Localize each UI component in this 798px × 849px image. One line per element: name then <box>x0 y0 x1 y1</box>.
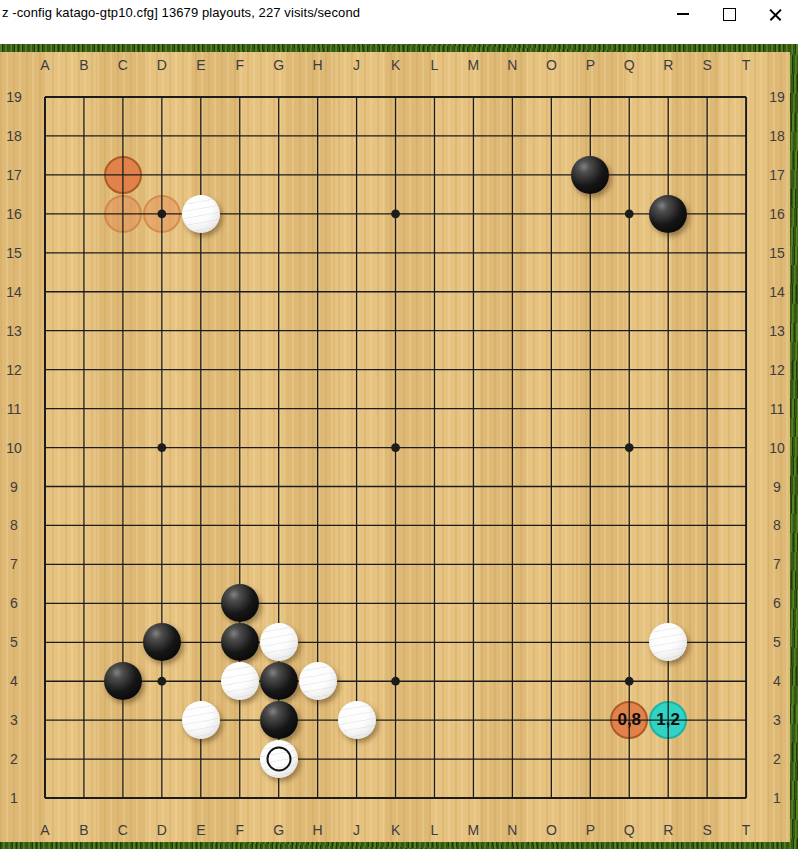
coord-label-bottom-D: D <box>157 822 167 838</box>
coord-label-bottom-E: E <box>196 822 205 838</box>
suggested-move-Q3[interactable] <box>610 701 648 739</box>
coord-label-bottom-A: A <box>40 822 49 838</box>
coord-label-left-6: 6 <box>10 595 18 611</box>
stone-black-C4 <box>104 662 142 700</box>
stone-white-G2 <box>260 740 298 778</box>
coord-label-right-1: 1 <box>773 790 781 806</box>
close-button[interactable] <box>752 0 798 28</box>
coord-label-top-J: J <box>353 57 360 73</box>
coord-label-bottom-M: M <box>468 822 480 838</box>
maximize-button[interactable] <box>706 0 752 28</box>
coord-label-left-9: 9 <box>10 479 18 495</box>
coord-label-left-17: 17 <box>6 167 22 183</box>
coord-label-bottom-H: H <box>313 822 323 838</box>
stone-white-E3 <box>182 701 220 739</box>
coord-label-left-5: 5 <box>10 634 18 650</box>
coord-label-top-R: R <box>663 57 673 73</box>
stone-white-F4 <box>221 662 259 700</box>
coord-label-left-7: 7 <box>10 556 18 572</box>
suggested-move-C17[interactable] <box>104 156 142 194</box>
stone-black-D5 <box>143 623 181 661</box>
coord-label-right-5: 5 <box>773 634 781 650</box>
minimize-icon <box>677 13 689 15</box>
coord-label-top-P: P <box>586 57 595 73</box>
coord-label-bottom-K: K <box>391 822 400 838</box>
coord-label-left-8: 8 <box>10 517 18 533</box>
stone-white-G5 <box>260 623 298 661</box>
suggested-move-D16[interactable] <box>143 195 181 233</box>
coord-label-right-7: 7 <box>773 556 781 572</box>
coord-label-right-18: 18 <box>769 128 785 144</box>
coord-label-top-Q: Q <box>624 57 635 73</box>
coord-label-left-3: 3 <box>10 712 18 728</box>
suggested-move-R3[interactable] <box>649 701 687 739</box>
stone-black-G4 <box>260 662 298 700</box>
coord-label-left-16: 16 <box>6 206 22 222</box>
coord-label-right-11: 11 <box>770 401 785 417</box>
coord-label-top-G: G <box>273 57 284 73</box>
coord-label-bottom-T: T <box>742 822 751 838</box>
coord-label-right-10: 10 <box>769 440 785 456</box>
coord-label-top-E: E <box>196 57 205 73</box>
coord-label-bottom-P: P <box>586 822 595 838</box>
coord-label-top-L: L <box>431 57 439 73</box>
coord-label-left-11: 11 <box>7 401 22 417</box>
coord-label-bottom-B: B <box>79 822 88 838</box>
coord-label-right-2: 2 <box>773 751 781 767</box>
coord-label-left-12: 12 <box>6 362 22 378</box>
coord-label-top-O: O <box>546 57 557 73</box>
coord-label-bottom-F: F <box>235 822 244 838</box>
coord-label-right-19: 19 <box>769 89 785 105</box>
coord-label-right-12: 12 <box>769 362 785 378</box>
stone-black-P17 <box>571 156 609 194</box>
coord-label-top-D: D <box>157 57 167 73</box>
go-board[interactable]: AABBCCDDEEFFGGHHJJKKLLMMNNOOPPQQRRSSTT19… <box>0 52 790 842</box>
coord-label-top-M: M <box>468 57 480 73</box>
coord-label-bottom-L: L <box>431 822 439 838</box>
stone-black-F6 <box>221 584 259 622</box>
coord-label-left-14: 14 <box>6 284 22 300</box>
coord-label-right-14: 14 <box>769 284 785 300</box>
coord-label-bottom-Q: Q <box>624 822 635 838</box>
app-window: z -config katago-gtp10.cfg] 13679 playou… <box>0 0 798 849</box>
coord-label-top-S: S <box>702 57 711 73</box>
close-icon <box>768 7 783 22</box>
coord-label-bottom-O: O <box>546 822 557 838</box>
coord-label-bottom-C: C <box>118 822 128 838</box>
stone-white-J3 <box>338 701 376 739</box>
coord-label-right-6: 6 <box>773 595 781 611</box>
coord-label-right-17: 17 <box>769 167 785 183</box>
coord-label-bottom-R: R <box>663 822 673 838</box>
coord-label-left-10: 10 <box>6 440 22 456</box>
coord-label-left-4: 4 <box>10 673 18 689</box>
coord-label-right-15: 15 <box>769 245 785 261</box>
window-controls <box>660 0 798 28</box>
coord-label-top-B: B <box>79 57 88 73</box>
coord-label-bottom-G: G <box>273 822 284 838</box>
coord-label-top-T: T <box>742 57 751 73</box>
coord-label-top-F: F <box>235 57 244 73</box>
window-title: z -config katago-gtp10.cfg] 13679 playou… <box>2 5 360 20</box>
coord-label-left-15: 15 <box>6 245 22 261</box>
stone-black-G3 <box>260 701 298 739</box>
grass-background: AABBCCDDEEFFGGHHJJKKLLMMNNOOPPQQRRSSTT19… <box>0 44 798 849</box>
coord-label-top-A: A <box>40 57 49 73</box>
suggested-move-C16[interactable] <box>104 195 142 233</box>
stone-white-R5 <box>649 623 687 661</box>
minimize-button[interactable] <box>660 0 706 28</box>
coord-label-left-18: 18 <box>6 128 22 144</box>
coord-label-top-C: C <box>118 57 128 73</box>
coord-label-bottom-J: J <box>353 822 360 838</box>
coord-label-top-K: K <box>391 57 400 73</box>
stone-black-F5 <box>221 623 259 661</box>
coord-label-right-4: 4 <box>773 673 781 689</box>
coord-label-right-9: 9 <box>773 479 781 495</box>
stone-white-H4 <box>299 662 337 700</box>
coord-label-left-13: 13 <box>6 323 22 339</box>
title-bar: z -config katago-gtp10.cfg] 13679 playou… <box>0 0 798 44</box>
coord-label-right-16: 16 <box>769 206 785 222</box>
coord-label-left-2: 2 <box>10 751 18 767</box>
coord-label-top-H: H <box>313 57 323 73</box>
stone-white-E16 <box>182 195 220 233</box>
coord-label-left-19: 19 <box>6 89 22 105</box>
coord-label-right-8: 8 <box>773 517 781 533</box>
coord-label-bottom-N: N <box>507 822 517 838</box>
coord-label-left-1: 1 <box>10 790 18 806</box>
coord-label-top-N: N <box>507 57 517 73</box>
maximize-icon <box>723 8 736 21</box>
coord-label-bottom-S: S <box>702 822 711 838</box>
coord-label-right-3: 3 <box>773 712 781 728</box>
stone-black-R16 <box>649 195 687 233</box>
coord-label-right-13: 13 <box>769 323 785 339</box>
